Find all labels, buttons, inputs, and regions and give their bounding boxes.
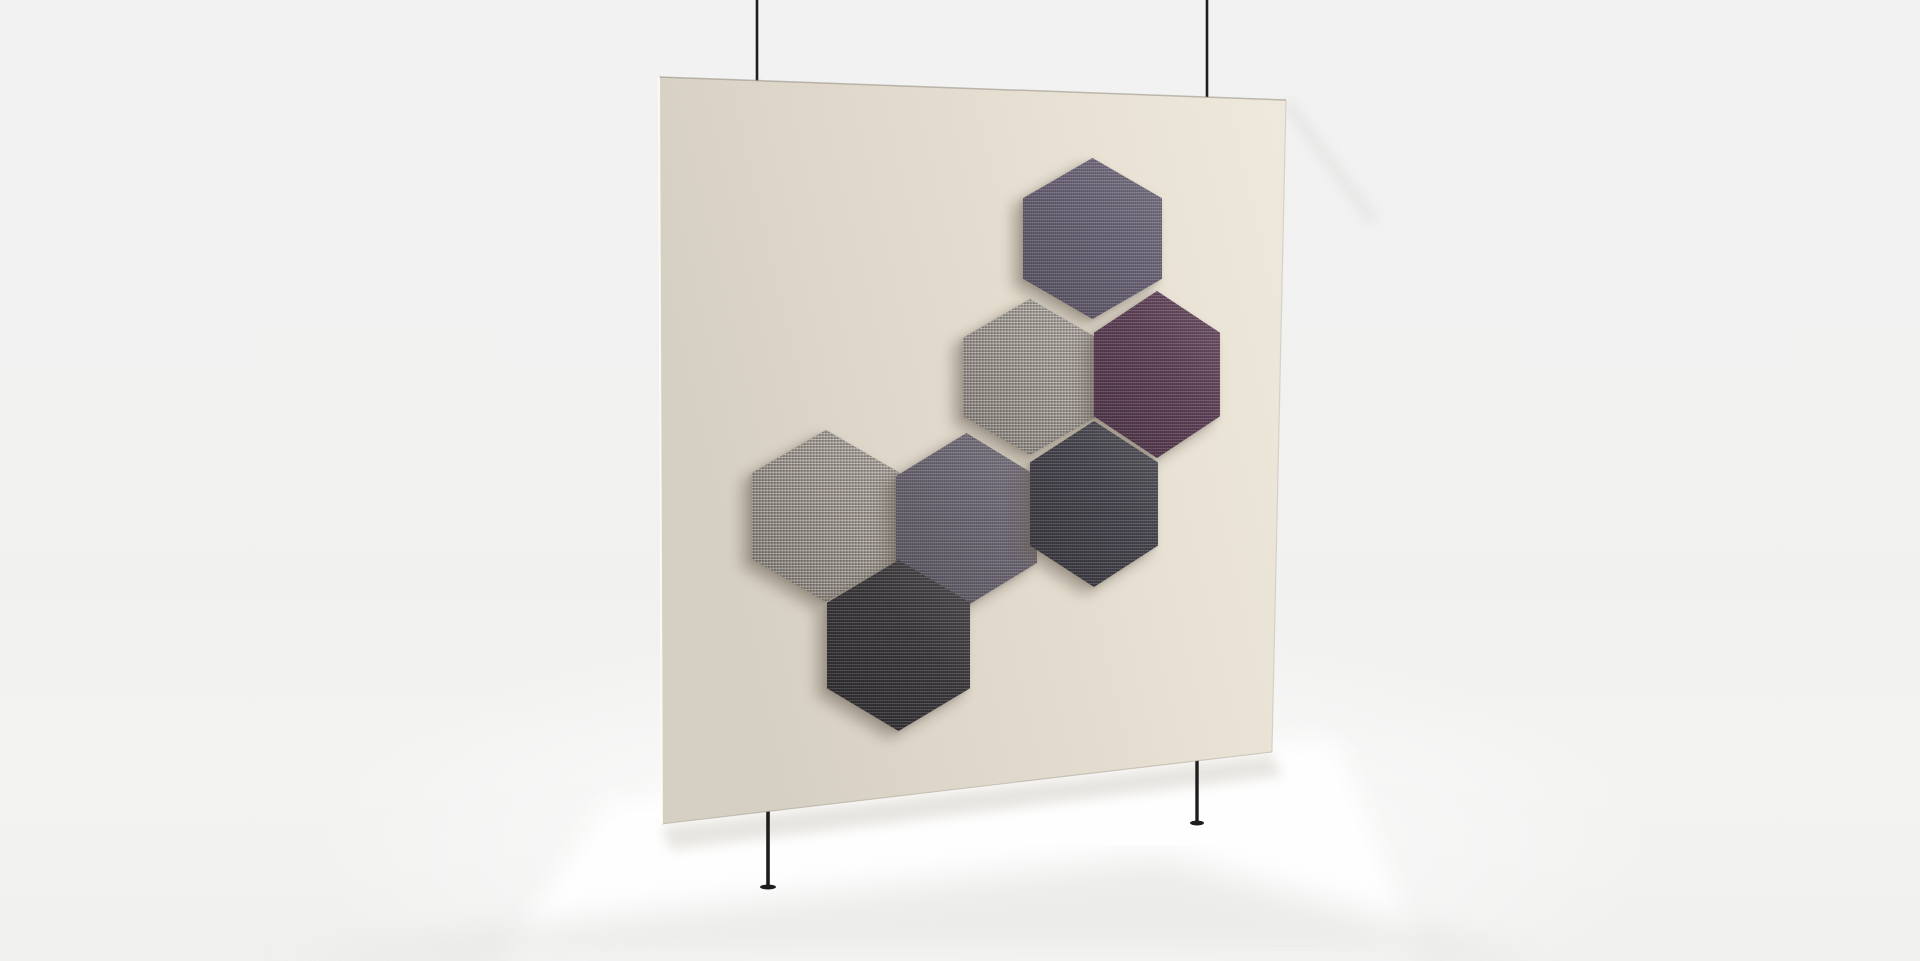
tile-charcoal-bottom-face bbox=[827, 560, 970, 731]
studio-scene bbox=[0, 0, 1920, 961]
tile-charcoal-right bbox=[1030, 421, 1158, 587]
tile-charcoal-right-face bbox=[1030, 421, 1158, 587]
hex-tile-cluster bbox=[0, 0, 1920, 961]
tile-charcoal-bottom bbox=[827, 560, 970, 731]
